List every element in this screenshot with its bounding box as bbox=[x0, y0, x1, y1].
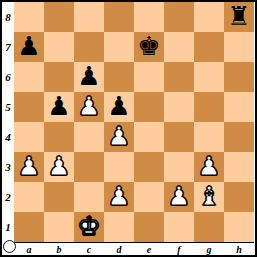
square-b7[interactable] bbox=[44, 32, 74, 62]
square-h1[interactable] bbox=[224, 212, 254, 242]
square-a2[interactable] bbox=[14, 182, 44, 212]
white-pawn-d2[interactable]: ♟ bbox=[104, 182, 134, 212]
square-f1[interactable] bbox=[164, 212, 194, 242]
square-a5[interactable] bbox=[14, 92, 44, 122]
square-e6[interactable] bbox=[134, 62, 164, 92]
rank-label-3: 3 bbox=[2, 152, 14, 182]
chess-board: ♜♟♚♟♟♟♟♟♟♟♟♟♟♝♚ bbox=[14, 2, 254, 243]
square-g7[interactable] bbox=[194, 32, 224, 62]
rank-label-8: 8 bbox=[2, 2, 14, 32]
rank-label-5: 5 bbox=[2, 92, 14, 122]
black-pawn-d5[interactable]: ♟ bbox=[104, 92, 134, 122]
white-pawn-g3[interactable]: ♟ bbox=[194, 152, 224, 182]
square-f8[interactable] bbox=[164, 2, 194, 32]
rank-label-1: 1 bbox=[2, 212, 14, 242]
square-g5[interactable] bbox=[194, 92, 224, 122]
square-d7[interactable] bbox=[104, 32, 134, 62]
square-h2[interactable] bbox=[224, 182, 254, 212]
file-label-h: h bbox=[224, 243, 254, 256]
square-d4[interactable]: ♟ bbox=[104, 122, 134, 152]
white-pawn-c5[interactable]: ♟ bbox=[74, 92, 104, 122]
white-pawn-a3[interactable]: ♟ bbox=[14, 152, 44, 182]
chess-diagram: 87654321 ♜♟♚♟♟♟♟♟♟♟♟♟♟♝♚ abcdefgh bbox=[0, 0, 257, 257]
black-king-e7[interactable]: ♚ bbox=[134, 32, 164, 62]
black-pawn-a7[interactable]: ♟ bbox=[14, 32, 44, 62]
square-a8[interactable] bbox=[14, 2, 44, 32]
file-label-e: e bbox=[134, 243, 164, 256]
square-h4[interactable] bbox=[224, 122, 254, 152]
rank-label-4: 4 bbox=[2, 122, 14, 152]
square-c5[interactable]: ♟ bbox=[74, 92, 104, 122]
square-g3[interactable]: ♟ bbox=[194, 152, 224, 182]
rank-label-7: 7 bbox=[2, 32, 14, 62]
square-a6[interactable] bbox=[14, 62, 44, 92]
rank-label-6: 6 bbox=[2, 62, 14, 92]
square-e4[interactable] bbox=[134, 122, 164, 152]
square-c1[interactable]: ♚ bbox=[74, 212, 104, 242]
square-b2[interactable] bbox=[44, 182, 74, 212]
file-label-f: f bbox=[164, 243, 194, 256]
square-c4[interactable] bbox=[74, 122, 104, 152]
white-bishop-g2[interactable]: ♝ bbox=[194, 182, 224, 212]
square-f3[interactable] bbox=[164, 152, 194, 182]
square-f5[interactable] bbox=[164, 92, 194, 122]
square-b8[interactable] bbox=[44, 2, 74, 32]
black-rook-h8[interactable]: ♜ bbox=[224, 2, 254, 32]
square-e5[interactable] bbox=[134, 92, 164, 122]
square-e7[interactable]: ♚ bbox=[134, 32, 164, 62]
square-b6[interactable] bbox=[44, 62, 74, 92]
square-c2[interactable] bbox=[74, 182, 104, 212]
square-h7[interactable] bbox=[224, 32, 254, 62]
square-a1[interactable] bbox=[14, 212, 44, 242]
square-d2[interactable]: ♟ bbox=[104, 182, 134, 212]
square-h8[interactable]: ♜ bbox=[224, 2, 254, 32]
square-b3[interactable]: ♟ bbox=[44, 152, 74, 182]
square-e3[interactable] bbox=[134, 152, 164, 182]
square-e8[interactable] bbox=[134, 2, 164, 32]
square-g1[interactable] bbox=[194, 212, 224, 242]
black-pawn-c6[interactable]: ♟ bbox=[74, 62, 104, 92]
square-g8[interactable] bbox=[194, 2, 224, 32]
square-d6[interactable] bbox=[104, 62, 134, 92]
square-d3[interactable] bbox=[104, 152, 134, 182]
square-c3[interactable] bbox=[74, 152, 104, 182]
square-a4[interactable] bbox=[14, 122, 44, 152]
white-pawn-b3[interactable]: ♟ bbox=[44, 152, 74, 182]
square-e2[interactable] bbox=[134, 182, 164, 212]
rank-label-2: 2 bbox=[2, 182, 14, 212]
square-c6[interactable]: ♟ bbox=[74, 62, 104, 92]
square-f4[interactable] bbox=[164, 122, 194, 152]
file-label-g: g bbox=[194, 243, 224, 256]
square-d8[interactable] bbox=[104, 2, 134, 32]
file-label-b: b bbox=[44, 243, 74, 256]
square-h3[interactable] bbox=[224, 152, 254, 182]
square-e1[interactable] bbox=[134, 212, 164, 242]
square-b4[interactable] bbox=[44, 122, 74, 152]
square-d1[interactable] bbox=[104, 212, 134, 242]
file-label-a: a bbox=[14, 243, 44, 256]
square-g4[interactable] bbox=[194, 122, 224, 152]
white-to-move-indicator bbox=[3, 240, 16, 253]
square-f7[interactable] bbox=[164, 32, 194, 62]
file-labels: abcdefgh bbox=[14, 243, 254, 256]
file-label-c: c bbox=[74, 243, 104, 256]
square-g6[interactable] bbox=[194, 62, 224, 92]
white-king-c1[interactable]: ♚ bbox=[74, 212, 104, 242]
square-b1[interactable] bbox=[44, 212, 74, 242]
file-label-d: d bbox=[104, 243, 134, 256]
square-f6[interactable] bbox=[164, 62, 194, 92]
square-f2[interactable]: ♟ bbox=[164, 182, 194, 212]
square-a7[interactable]: ♟ bbox=[14, 32, 44, 62]
square-c8[interactable] bbox=[74, 2, 104, 32]
white-pawn-d4[interactable]: ♟ bbox=[104, 122, 134, 152]
white-pawn-f2[interactable]: ♟ bbox=[164, 182, 194, 212]
black-pawn-b5[interactable]: ♟ bbox=[44, 92, 74, 122]
square-h6[interactable] bbox=[224, 62, 254, 92]
square-g2[interactable]: ♝ bbox=[194, 182, 224, 212]
rank-labels: 87654321 bbox=[2, 2, 14, 242]
square-b5[interactable]: ♟ bbox=[44, 92, 74, 122]
square-h5[interactable] bbox=[224, 92, 254, 122]
square-c7[interactable] bbox=[74, 32, 104, 62]
square-a3[interactable]: ♟ bbox=[14, 152, 44, 182]
square-d5[interactable]: ♟ bbox=[104, 92, 134, 122]
